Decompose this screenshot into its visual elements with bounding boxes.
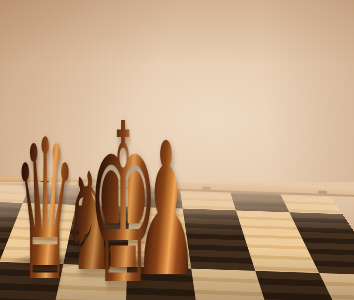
black-king-piece: ♚ bbox=[87, 95, 158, 300]
hinge-mark bbox=[202, 187, 211, 190]
chess-photo-scene: ♛ ♞ ♚ ♟ bbox=[0, 0, 354, 300]
hinge-mark bbox=[318, 191, 327, 194]
black-queen-piece: ♛ bbox=[14, 114, 77, 300]
